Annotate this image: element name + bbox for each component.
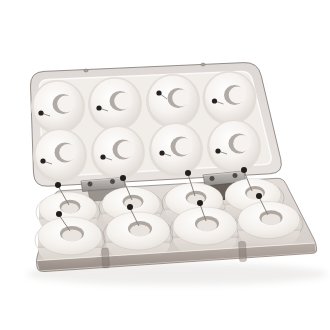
pin-head — [241, 167, 247, 173]
pin-head — [185, 170, 191, 176]
lid-spool — [207, 120, 261, 174]
lid-spool — [88, 77, 142, 131]
spool-hole-light — [62, 230, 82, 242]
spool-hole-light — [197, 220, 217, 232]
lid-spool — [91, 126, 145, 180]
front-divider-tab — [101, 248, 109, 268]
lid-vent-hole — [201, 63, 205, 66]
photo-canvas — [0, 0, 330, 330]
spool-hole-light — [175, 138, 193, 155]
spool-case-photo — [0, 0, 330, 330]
pin-head — [197, 200, 203, 206]
front-divider-tab — [238, 241, 246, 261]
spool-hole-light — [261, 214, 280, 225]
spool-hole-light — [233, 135, 251, 152]
lid-spool — [33, 129, 87, 183]
spool-hole-light — [124, 198, 141, 209]
spool-hole-light — [57, 96, 75, 113]
pin-head — [256, 193, 262, 199]
pin-head — [120, 175, 126, 181]
pin-head — [100, 154, 105, 159]
spool-hole-light — [172, 90, 190, 107]
pin-head — [40, 158, 45, 163]
pin-head — [215, 148, 220, 153]
lid-spool — [146, 74, 200, 128]
lid-spool — [31, 80, 85, 134]
lid-spool — [149, 123, 203, 177]
pin-head — [96, 105, 101, 110]
spool-hole-light — [130, 225, 150, 237]
spool-hole-light — [59, 144, 77, 161]
pin-head — [127, 204, 133, 210]
pin-head — [56, 211, 62, 217]
lid-vent-hole — [84, 69, 88, 72]
spool-hole-light — [229, 87, 247, 104]
pin-head — [159, 150, 164, 155]
pin-head — [55, 182, 61, 188]
spool-hole-light — [117, 141, 135, 158]
pin-head — [156, 90, 161, 95]
pin-head — [212, 98, 217, 103]
spool-hole-light — [114, 93, 132, 110]
lid-spool — [203, 71, 257, 125]
spool-hole-light — [61, 203, 78, 214]
pin-head — [38, 110, 43, 115]
